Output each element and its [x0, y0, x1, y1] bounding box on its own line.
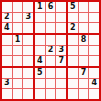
given-digit: 3 [58, 46, 64, 54]
cell-r1c9[interactable] [89, 2, 99, 12]
cell-r3c4[interactable] [35, 23, 45, 33]
cell-r9c4[interactable] [35, 89, 45, 99]
cell-r8c3[interactable] [23, 79, 33, 89]
cell-r2c7[interactable] [68, 13, 78, 23]
cell-r9c9[interactable] [89, 89, 99, 99]
cell-r8c9[interactable]: 4 [89, 79, 99, 89]
cell-r6c9[interactable] [89, 56, 99, 66]
cell-r2c2[interactable] [13, 13, 23, 23]
sudoku-box-1: 234 [2, 2, 33, 33]
cell-r3c5[interactable] [46, 23, 56, 33]
cell-r9c8[interactable] [79, 89, 89, 99]
given-digit: 3 [25, 13, 31, 21]
cell-r4c4[interactable] [35, 35, 45, 45]
cell-r1c7[interactable]: 5 [68, 2, 78, 12]
cell-r1c1[interactable] [2, 2, 12, 12]
cell-r7c5[interactable] [46, 68, 56, 78]
sudoku-box-4: 1 [2, 35, 33, 66]
cell-r4c5[interactable] [46, 35, 56, 45]
cell-r6c7[interactable] [68, 56, 78, 66]
cell-r6c1[interactable] [2, 56, 12, 66]
cell-r3c1[interactable]: 4 [2, 23, 12, 33]
given-digit: 1 [37, 3, 43, 11]
given-digit: 2 [4, 13, 10, 21]
cell-r2c8[interactable] [79, 13, 89, 23]
cell-r5c5[interactable]: 2 [46, 46, 56, 56]
cell-r6c2[interactable] [13, 56, 23, 66]
cell-r3c3[interactable] [23, 23, 33, 33]
cell-r1c6[interactable] [56, 2, 66, 12]
cell-r6c3[interactable] [23, 56, 33, 66]
given-digit: 4 [91, 79, 97, 87]
cell-r9c1[interactable] [2, 89, 12, 99]
cell-r3c7[interactable]: 2 [68, 23, 78, 33]
cell-r8c8[interactable] [79, 79, 89, 89]
cell-r2c1[interactable]: 2 [2, 13, 12, 23]
cell-r7c2[interactable] [13, 68, 23, 78]
cell-r8c7[interactable] [68, 79, 78, 89]
cell-r4c9[interactable] [89, 35, 99, 45]
cell-r5c3[interactable] [23, 46, 33, 56]
sudoku-board: 23416521234783574 [0, 0, 101, 101]
cell-r3c6[interactable] [56, 23, 66, 33]
given-digit: 2 [70, 24, 76, 32]
cell-r9c6[interactable] [56, 89, 66, 99]
cell-r9c7[interactable] [68, 89, 78, 99]
cell-r9c3[interactable] [23, 89, 33, 99]
given-digit: 1 [15, 36, 21, 44]
cell-r7c9[interactable] [89, 68, 99, 78]
cell-r4c8[interactable]: 8 [79, 35, 89, 45]
cell-r7c7[interactable] [68, 68, 78, 78]
cell-r3c9[interactable] [89, 23, 99, 33]
sudoku-box-8: 5 [35, 68, 66, 99]
cell-r8c2[interactable] [13, 79, 23, 89]
given-digit: 7 [58, 57, 64, 65]
cell-r6c6[interactable]: 7 [56, 56, 66, 66]
given-digit: 8 [81, 36, 87, 44]
cell-r5c9[interactable] [89, 46, 99, 56]
sudoku-box-9: 74 [68, 68, 99, 99]
cell-r9c2[interactable] [13, 89, 23, 99]
cell-r8c5[interactable] [46, 79, 56, 89]
given-digit: 4 [37, 57, 43, 65]
cell-r4c3[interactable] [23, 35, 33, 45]
sudoku-box-3: 52 [68, 2, 99, 33]
sudoku-box-5: 2347 [35, 35, 66, 66]
cell-r1c3[interactable] [23, 2, 33, 12]
cell-r1c5[interactable]: 6 [46, 2, 56, 12]
given-digit: 6 [48, 3, 54, 11]
cell-r1c4[interactable]: 1 [35, 2, 45, 12]
cell-r7c3[interactable] [23, 68, 33, 78]
cell-r5c7[interactable] [68, 46, 78, 56]
given-digit: 3 [4, 79, 10, 87]
cell-r1c8[interactable] [79, 2, 89, 12]
cell-r9c5[interactable] [46, 89, 56, 99]
cell-r3c8[interactable] [79, 23, 89, 33]
cell-r2c5[interactable] [46, 13, 56, 23]
cell-r4c2[interactable]: 1 [13, 35, 23, 45]
sudoku-box-6: 8 [68, 35, 99, 66]
cell-r5c1[interactable] [2, 46, 12, 56]
cell-r2c9[interactable] [89, 13, 99, 23]
cell-r7c6[interactable] [56, 68, 66, 78]
cell-r6c5[interactable] [46, 56, 56, 66]
sudoku-box-2: 16 [35, 2, 66, 33]
cell-r5c2[interactable] [13, 46, 23, 56]
given-digit: 5 [70, 3, 76, 11]
given-digit: 2 [48, 46, 54, 54]
cell-r6c4[interactable]: 4 [35, 56, 45, 66]
sudoku-box-7: 3 [2, 68, 33, 99]
cell-r4c6[interactable] [56, 35, 66, 45]
cell-r5c8[interactable] [79, 46, 89, 56]
given-digit: 5 [37, 69, 43, 77]
given-digit: 7 [81, 69, 87, 77]
cell-r8c6[interactable] [56, 79, 66, 89]
given-digit: 4 [4, 24, 10, 32]
cell-r8c1[interactable]: 3 [2, 79, 12, 89]
cell-r4c1[interactable] [2, 35, 12, 45]
cell-r6c8[interactable] [79, 56, 89, 66]
cell-r7c4[interactable]: 5 [35, 68, 45, 78]
cell-r4c7[interactable] [68, 35, 78, 45]
cell-r8c4[interactable] [35, 79, 45, 89]
cell-r7c8[interactable]: 7 [79, 68, 89, 78]
cell-r3c2[interactable] [13, 23, 23, 33]
cell-r2c3[interactable]: 3 [23, 13, 33, 23]
cell-r5c4[interactable] [35, 46, 45, 56]
cell-r7c1[interactable] [2, 68, 12, 78]
cell-r2c6[interactable] [56, 13, 66, 23]
cell-r1c2[interactable] [13, 2, 23, 12]
cell-r5c6[interactable]: 3 [56, 46, 66, 56]
cell-r2c4[interactable] [35, 13, 45, 23]
